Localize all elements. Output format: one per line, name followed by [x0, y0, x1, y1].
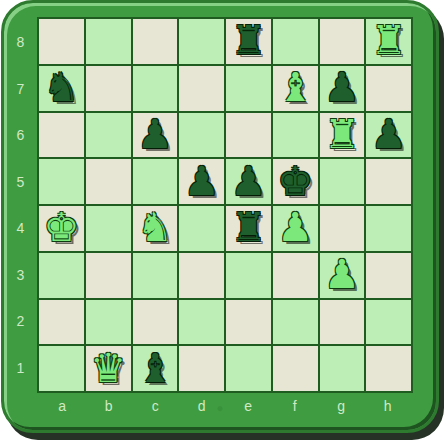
square-d3[interactable] — [179, 253, 224, 298]
rank-label-1: 1 — [4, 345, 37, 392]
file-label-b: b — [86, 391, 133, 421]
square-d4[interactable] — [179, 206, 224, 251]
square-f2[interactable] — [273, 300, 318, 345]
chess-board: ♜♜♞♝♟♟♜♟♟♟♚♚♞♜♟♟♛♝ — [37, 17, 413, 393]
square-h2[interactable] — [366, 300, 411, 345]
white-queen-b1[interactable]: ♛ — [90, 348, 126, 388]
square-h3[interactable] — [366, 253, 411, 298]
square-c5[interactable] — [133, 159, 178, 204]
square-a3[interactable] — [39, 253, 84, 298]
square-c8[interactable] — [133, 19, 178, 64]
file-label-f: f — [272, 391, 319, 421]
square-h1[interactable] — [366, 346, 411, 391]
white-king-a4[interactable]: ♚ — [43, 207, 79, 247]
black-rook-e8[interactable]: ♜ — [230, 20, 266, 60]
square-d7[interactable] — [179, 66, 224, 111]
white-knight-c4[interactable]: ♞ — [137, 207, 173, 247]
square-c6[interactable]: ♟ — [133, 113, 178, 158]
black-pawn-c6[interactable]: ♟ — [137, 114, 173, 154]
black-pawn-d5[interactable]: ♟ — [184, 161, 220, 201]
square-f3[interactable] — [273, 253, 318, 298]
white-bishop-f7[interactable]: ♝ — [277, 67, 313, 107]
rank-labels: 87654321 — [4, 19, 37, 391]
square-e3[interactable] — [226, 253, 271, 298]
rank-label-4: 4 — [4, 205, 37, 252]
square-e1[interactable] — [226, 346, 271, 391]
black-king-f5[interactable]: ♚ — [277, 161, 313, 201]
black-pawn-g7[interactable]: ♟ — [324, 67, 360, 107]
square-e5[interactable]: ♟ — [226, 159, 271, 204]
square-b8[interactable] — [86, 19, 131, 64]
square-b2[interactable] — [86, 300, 131, 345]
square-b6[interactable] — [86, 113, 131, 158]
square-f4[interactable]: ♟ — [273, 206, 318, 251]
white-pawn-f4[interactable]: ♟ — [277, 207, 313, 247]
square-f1[interactable] — [273, 346, 318, 391]
square-f8[interactable] — [273, 19, 318, 64]
black-bishop-c1[interactable]: ♝ — [137, 348, 173, 388]
square-a7[interactable]: ♞ — [39, 66, 84, 111]
rank-label-8: 8 — [4, 19, 37, 66]
square-h7[interactable] — [366, 66, 411, 111]
black-pawn-h6[interactable]: ♟ — [371, 114, 407, 154]
file-label-c: c — [132, 391, 179, 421]
square-b3[interactable] — [86, 253, 131, 298]
square-g6[interactable]: ♜ — [320, 113, 365, 158]
file-label-a: a — [39, 391, 86, 421]
white-rook-h8[interactable]: ♜ — [371, 20, 407, 60]
square-g2[interactable] — [320, 300, 365, 345]
rank-label-3: 3 — [4, 252, 37, 299]
square-f7[interactable]: ♝ — [273, 66, 318, 111]
square-b4[interactable] — [86, 206, 131, 251]
square-c7[interactable] — [133, 66, 178, 111]
square-h4[interactable] — [366, 206, 411, 251]
square-d1[interactable] — [179, 346, 224, 391]
file-label-e: e — [225, 391, 272, 421]
black-rook-e4[interactable]: ♜ — [230, 207, 266, 247]
square-b1[interactable]: ♛ — [86, 346, 131, 391]
square-g8[interactable] — [320, 19, 365, 64]
square-h6[interactable]: ♟ — [366, 113, 411, 158]
square-e8[interactable]: ♜ — [226, 19, 271, 64]
square-e6[interactable] — [226, 113, 271, 158]
square-h8[interactable]: ♜ — [366, 19, 411, 64]
square-a6[interactable] — [39, 113, 84, 158]
square-c3[interactable] — [133, 253, 178, 298]
square-h5[interactable] — [366, 159, 411, 204]
square-g3[interactable]: ♟ — [320, 253, 365, 298]
square-d2[interactable] — [179, 300, 224, 345]
file-label-h: h — [365, 391, 412, 421]
rank-label-2: 2 — [4, 298, 37, 345]
square-c4[interactable]: ♞ — [133, 206, 178, 251]
square-a1[interactable] — [39, 346, 84, 391]
white-rook-g6[interactable]: ♜ — [324, 114, 360, 154]
square-g5[interactable] — [320, 159, 365, 204]
square-g7[interactable]: ♟ — [320, 66, 365, 111]
square-f5[interactable]: ♚ — [273, 159, 318, 204]
square-b7[interactable] — [86, 66, 131, 111]
square-d8[interactable] — [179, 19, 224, 64]
square-a5[interactable] — [39, 159, 84, 204]
square-a8[interactable] — [39, 19, 84, 64]
square-g4[interactable] — [320, 206, 365, 251]
file-label-d: d — [179, 391, 226, 421]
square-a4[interactable]: ♚ — [39, 206, 84, 251]
black-knight-a7[interactable]: ♞ — [43, 67, 79, 107]
black-pawn-e5[interactable]: ♟ — [230, 161, 266, 201]
square-g1[interactable] — [320, 346, 365, 391]
file-labels: abcdefgh — [39, 391, 411, 421]
rank-label-6: 6 — [4, 112, 37, 159]
square-d6[interactable] — [179, 113, 224, 158]
square-a2[interactable] — [39, 300, 84, 345]
square-f6[interactable] — [273, 113, 318, 158]
square-e7[interactable] — [226, 66, 271, 111]
square-b5[interactable] — [86, 159, 131, 204]
square-e4[interactable]: ♜ — [226, 206, 271, 251]
square-d5[interactable]: ♟ — [179, 159, 224, 204]
board-frame: 87654321 ♜♜♞♝♟♟♜♟♟♟♚♚♞♜♟♟♛♝ abcdefgh — [1, 0, 439, 433]
rank-label-5: 5 — [4, 159, 37, 206]
square-e2[interactable] — [226, 300, 271, 345]
rank-label-7: 7 — [4, 66, 37, 113]
white-pawn-g3[interactable]: ♟ — [324, 254, 360, 294]
square-c1[interactable]: ♝ — [133, 346, 178, 391]
file-label-g: g — [318, 391, 365, 421]
square-c2[interactable] — [133, 300, 178, 345]
